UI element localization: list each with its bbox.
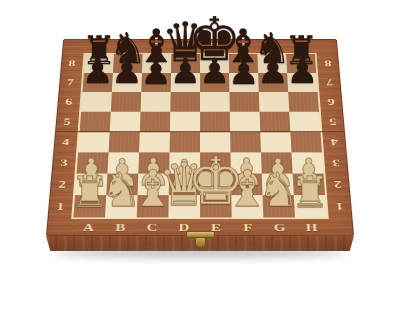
file-label-a-bottom: A [72, 219, 105, 236]
file-label-h-top: H [285, 39, 314, 53]
square-f7 [229, 73, 259, 92]
square-g5 [259, 112, 290, 132]
square-c3 [138, 152, 169, 173]
square-a5 [80, 112, 111, 132]
square-g7 [258, 73, 288, 92]
square-c2 [137, 174, 169, 196]
square-b2 [106, 174, 138, 196]
square-b7 [112, 73, 142, 92]
square-f8 [229, 54, 258, 73]
rank-label-8-left: 8 [60, 54, 83, 73]
file-label-h-bottom: H [295, 219, 328, 236]
file-label-c-bottom: C [136, 219, 168, 236]
square-a7 [82, 73, 112, 92]
square-c8 [142, 54, 171, 73]
rank-label-3-right: 3 [324, 152, 349, 173]
file-label-g-top: G [257, 39, 286, 53]
file-label-a-top: A [85, 39, 114, 53]
file-label-d-top: D [171, 39, 200, 53]
square-h4 [290, 132, 322, 153]
square-e8 [200, 54, 229, 73]
square-f3 [230, 152, 261, 173]
square-h1 [294, 195, 327, 217]
square-e1 [200, 195, 232, 217]
board-squares [71, 53, 328, 219]
file-labels-top: ABCDEFGH [85, 39, 314, 53]
square-e6 [200, 92, 230, 112]
rank-label-3-left: 3 [51, 152, 76, 173]
square-e5 [200, 112, 230, 132]
square-d6 [170, 92, 200, 112]
rank-label-2-left: 2 [50, 174, 75, 196]
square-a6 [81, 92, 112, 112]
square-b6 [111, 92, 141, 112]
square-b1 [105, 195, 137, 217]
rank-label-4-left: 4 [53, 132, 77, 153]
square-f5 [230, 112, 260, 132]
square-e7 [200, 73, 229, 92]
chess-board: ABCDEFGH ABCDEFGH 87654321 87654321 [46, 39, 354, 236]
rank-label-2-right: 2 [325, 174, 350, 196]
file-label-f-top: F [228, 39, 257, 53]
square-h5 [289, 112, 320, 132]
box-shadow [54, 248, 346, 257]
square-g4 [260, 132, 291, 153]
square-c6 [141, 92, 171, 112]
rank-label-7-left: 7 [59, 73, 82, 92]
square-e3 [200, 152, 231, 173]
rank-label-5-left: 5 [55, 112, 79, 132]
rank-label-1-left: 1 [48, 195, 73, 217]
square-g2 [262, 174, 294, 196]
square-h2 [293, 174, 325, 196]
square-h3 [291, 152, 323, 173]
square-d4 [170, 132, 200, 153]
square-d3 [169, 152, 200, 173]
file-label-g-bottom: G [263, 219, 296, 236]
rank-label-4-right: 4 [322, 132, 346, 153]
square-h8 [286, 54, 316, 73]
file-label-b-bottom: B [104, 219, 137, 236]
rank-label-6-right: 6 [319, 92, 343, 112]
rank-label-1-right: 1 [327, 195, 352, 217]
square-d1 [168, 195, 200, 217]
square-f6 [229, 92, 259, 112]
rank-label-6-left: 6 [57, 92, 81, 112]
square-a3 [77, 152, 109, 173]
square-a2 [75, 174, 107, 196]
square-b3 [107, 152, 139, 173]
square-c7 [141, 73, 171, 92]
square-h7 [287, 73, 317, 92]
square-e2 [200, 174, 231, 196]
square-g6 [259, 92, 289, 112]
rank-label-5-right: 5 [321, 112, 345, 132]
square-d5 [170, 112, 200, 132]
file-label-e-top: E [200, 39, 229, 53]
square-f1 [231, 195, 263, 217]
file-label-f-bottom: F [232, 219, 264, 236]
square-a4 [78, 132, 110, 153]
square-f4 [230, 132, 261, 153]
brass-clasp-icon [186, 231, 215, 238]
rank-label-7-right: 7 [318, 73, 341, 92]
fold-seam [55, 131, 345, 132]
square-b4 [109, 132, 140, 153]
square-a8 [84, 54, 114, 73]
square-c4 [139, 132, 170, 153]
square-h6 [288, 92, 319, 112]
square-f2 [231, 174, 263, 196]
square-b8 [113, 54, 143, 73]
square-c5 [140, 112, 170, 132]
square-g8 [257, 54, 287, 73]
square-b5 [110, 112, 141, 132]
square-d7 [171, 73, 200, 92]
square-g1 [263, 195, 295, 217]
square-c1 [137, 195, 169, 217]
brass-clasp-loop-icon [195, 237, 206, 248]
file-label-c-top: C [143, 39, 172, 53]
square-e4 [200, 132, 230, 153]
square-d8 [171, 54, 200, 73]
square-a1 [73, 195, 106, 217]
chess-set-photo: ABCDEFGH ABCDEFGH 87654321 87654321 ♜♞♝♛… [0, 0, 400, 317]
rank-label-8-right: 8 [317, 54, 340, 73]
file-label-b-top: B [114, 39, 143, 53]
square-d2 [169, 174, 200, 196]
square-g3 [261, 152, 293, 173]
